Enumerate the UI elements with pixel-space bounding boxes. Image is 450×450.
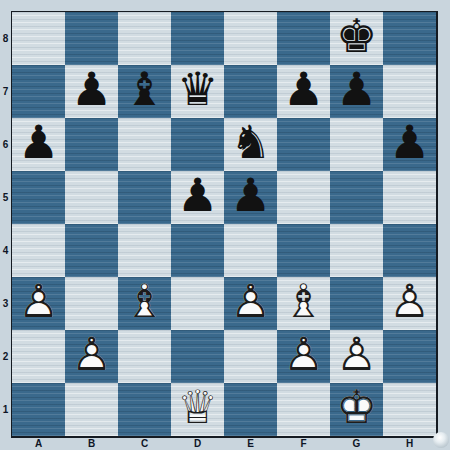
square-h3[interactable]: ♟♙ bbox=[383, 277, 436, 330]
square-f6[interactable] bbox=[277, 118, 330, 171]
square-a8[interactable] bbox=[12, 12, 65, 65]
square-e1[interactable] bbox=[224, 383, 277, 436]
square-d6[interactable] bbox=[171, 118, 224, 171]
black-king-g8[interactable]: ♚ bbox=[330, 10, 383, 63]
black-pawn-a6[interactable]: ♟ bbox=[12, 116, 65, 169]
black-pawn-e5[interactable]: ♟ bbox=[224, 169, 277, 222]
rank-label-7: 7 bbox=[0, 65, 11, 118]
black-bishop-c7[interactable]: ♝ bbox=[118, 63, 171, 116]
square-d5[interactable]: ♟ bbox=[171, 171, 224, 224]
white-piece-outline: ♗ bbox=[277, 275, 330, 328]
square-g1[interactable]: ♚♔ bbox=[330, 383, 383, 436]
black-knight-e6[interactable]: ♞ bbox=[224, 116, 277, 169]
rank-label-6: 6 bbox=[0, 118, 11, 171]
file-label-a: A bbox=[12, 437, 65, 450]
white-bishop-f3[interactable]: ♝♗ bbox=[277, 275, 330, 328]
square-h7[interactable] bbox=[383, 65, 436, 118]
square-b8[interactable] bbox=[65, 12, 118, 65]
square-c3[interactable]: ♝♗ bbox=[118, 277, 171, 330]
square-g3[interactable] bbox=[330, 277, 383, 330]
black-pawn-b7[interactable]: ♟ bbox=[65, 63, 118, 116]
square-d8[interactable] bbox=[171, 12, 224, 65]
square-h2[interactable] bbox=[383, 330, 436, 383]
square-c4[interactable] bbox=[118, 224, 171, 277]
square-d7[interactable]: ♛ bbox=[171, 65, 224, 118]
square-f4[interactable] bbox=[277, 224, 330, 277]
white-king-g1[interactable]: ♚♔ bbox=[330, 381, 383, 434]
white-pawn-g2[interactable]: ♟♙ bbox=[330, 328, 383, 381]
square-b5[interactable] bbox=[65, 171, 118, 224]
square-e7[interactable] bbox=[224, 65, 277, 118]
white-piece-outline: ♗ bbox=[118, 275, 171, 328]
board-grid: ♚♟♝♛♟♟♟♞♟♟♟♟♙♝♗♟♙♝♗♟♙♟♙♟♙♟♙♛♕♚♔ bbox=[12, 12, 436, 436]
black-pawn-f7[interactable]: ♟ bbox=[277, 63, 330, 116]
square-b2[interactable]: ♟♙ bbox=[65, 330, 118, 383]
white-pawn-a3[interactable]: ♟♙ bbox=[12, 275, 65, 328]
white-piece-outline: ♙ bbox=[330, 328, 383, 381]
square-a3[interactable]: ♟♙ bbox=[12, 277, 65, 330]
rank-label-2: 2 bbox=[0, 330, 11, 383]
square-h6[interactable]: ♟ bbox=[383, 118, 436, 171]
white-piece-outline: ♕ bbox=[171, 381, 224, 434]
square-g8[interactable]: ♚ bbox=[330, 12, 383, 65]
board-frame: ♚♟♝♛♟♟♟♞♟♟♟♟♙♝♗♟♙♝♗♟♙♟♙♟♙♟♙♛♕♚♔ bbox=[11, 11, 438, 438]
square-e8[interactable] bbox=[224, 12, 277, 65]
white-piece-outline: ♙ bbox=[65, 328, 118, 381]
square-g7[interactable]: ♟ bbox=[330, 65, 383, 118]
square-a1[interactable] bbox=[12, 383, 65, 436]
rank-label-5: 5 bbox=[0, 171, 11, 224]
square-h5[interactable] bbox=[383, 171, 436, 224]
square-e3[interactable]: ♟♙ bbox=[224, 277, 277, 330]
square-f2[interactable]: ♟♙ bbox=[277, 330, 330, 383]
white-queen-d1[interactable]: ♛♕ bbox=[171, 381, 224, 434]
square-g6[interactable] bbox=[330, 118, 383, 171]
black-pawn-g7[interactable]: ♟ bbox=[330, 63, 383, 116]
rank-label-8: 8 bbox=[0, 12, 11, 65]
rank-label-1: 1 bbox=[0, 383, 11, 436]
black-queen-d7[interactable]: ♛ bbox=[171, 63, 224, 116]
rank-label-3: 3 bbox=[0, 277, 11, 330]
square-b4[interactable] bbox=[65, 224, 118, 277]
square-d2[interactable] bbox=[171, 330, 224, 383]
file-label-g: G bbox=[330, 437, 383, 450]
square-h1[interactable] bbox=[383, 383, 436, 436]
square-h4[interactable] bbox=[383, 224, 436, 277]
file-label-b: B bbox=[65, 437, 118, 450]
square-c5[interactable] bbox=[118, 171, 171, 224]
black-pawn-h6[interactable]: ♟ bbox=[383, 116, 436, 169]
file-label-h: H bbox=[383, 437, 436, 450]
file-label-c: C bbox=[118, 437, 171, 450]
square-e2[interactable] bbox=[224, 330, 277, 383]
square-a5[interactable] bbox=[12, 171, 65, 224]
square-f8[interactable] bbox=[277, 12, 330, 65]
white-piece-outline: ♙ bbox=[277, 328, 330, 381]
white-bishop-c3[interactable]: ♝♗ bbox=[118, 275, 171, 328]
square-d3[interactable] bbox=[171, 277, 224, 330]
black-pawn-d5[interactable]: ♟ bbox=[171, 169, 224, 222]
square-b7[interactable]: ♟ bbox=[65, 65, 118, 118]
square-c8[interactable] bbox=[118, 12, 171, 65]
file-label-e: E bbox=[224, 437, 277, 450]
white-piece-outline: ♙ bbox=[12, 275, 65, 328]
rank-label-4: 4 bbox=[0, 224, 11, 277]
square-c2[interactable] bbox=[118, 330, 171, 383]
square-f5[interactable] bbox=[277, 171, 330, 224]
square-e6[interactable]: ♞ bbox=[224, 118, 277, 171]
file-label-d: D bbox=[171, 437, 224, 450]
square-c1[interactable] bbox=[118, 383, 171, 436]
square-g5[interactable] bbox=[330, 171, 383, 224]
white-pawn-f2[interactable]: ♟♙ bbox=[277, 328, 330, 381]
square-e5[interactable]: ♟ bbox=[224, 171, 277, 224]
square-e4[interactable] bbox=[224, 224, 277, 277]
white-pawn-h3[interactable]: ♟♙ bbox=[383, 275, 436, 328]
square-f1[interactable] bbox=[277, 383, 330, 436]
white-piece-outline: ♙ bbox=[224, 275, 277, 328]
square-b3[interactable] bbox=[65, 277, 118, 330]
square-d4[interactable] bbox=[171, 224, 224, 277]
square-b1[interactable] bbox=[65, 383, 118, 436]
square-h8[interactable] bbox=[383, 12, 436, 65]
square-b6[interactable] bbox=[65, 118, 118, 171]
file-label-f: F bbox=[277, 437, 330, 450]
square-f3[interactable]: ♝♗ bbox=[277, 277, 330, 330]
white-pawn-e3[interactable]: ♟♙ bbox=[224, 275, 277, 328]
white-piece-outline: ♙ bbox=[383, 275, 436, 328]
sphere-watermark-icon bbox=[433, 432, 449, 448]
white-pawn-b2[interactable]: ♟♙ bbox=[65, 328, 118, 381]
square-a2[interactable] bbox=[12, 330, 65, 383]
square-f7[interactable]: ♟ bbox=[277, 65, 330, 118]
square-a4[interactable] bbox=[12, 224, 65, 277]
square-g2[interactable]: ♟♙ bbox=[330, 330, 383, 383]
square-a7[interactable] bbox=[12, 65, 65, 118]
square-a6[interactable]: ♟ bbox=[12, 118, 65, 171]
square-g4[interactable] bbox=[330, 224, 383, 277]
square-d1[interactable]: ♛♕ bbox=[171, 383, 224, 436]
chess-diagram: { "game": "chess", "position": { "fen_bo… bbox=[0, 0, 450, 450]
white-piece-outline: ♔ bbox=[330, 381, 383, 434]
square-c6[interactable] bbox=[118, 118, 171, 171]
square-c7[interactable]: ♝ bbox=[118, 65, 171, 118]
